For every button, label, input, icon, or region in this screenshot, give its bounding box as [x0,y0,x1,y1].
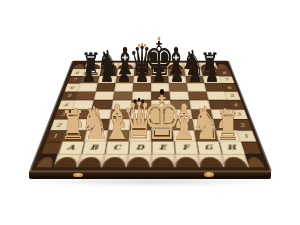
box-front-edge [29,171,271,180]
arch-ornament [128,157,150,167]
arch-ornament [103,157,125,167]
white-rook-h1[interactable]: ♜ [215,105,241,145]
arch-ornament [199,157,222,167]
border-arc-front-4 [126,154,150,167]
border-arc-front-9 [244,154,265,167]
arch-ornament [79,157,102,167]
scene: 8877665544332211ABCDEFGH ♜♞♝♛♚♝♞♜♟♟♟♟♟♟♟… [0,0,300,225]
border-arc-front-1 [53,154,81,167]
crown-tip-accent [157,36,160,40]
black-pawn-c7[interactable]: ♟ [117,63,132,86]
border-arc-front-3 [102,154,128,167]
brass-clasp-right [204,172,214,177]
black-pawn-g7[interactable]: ♟ [187,63,202,86]
border-arc-front-7 [197,154,224,167]
arch-ornament [246,157,264,167]
crown-tip-accent [141,43,143,46]
arch-ornament [152,157,174,167]
arch-ornament [54,157,78,167]
border-arc-front-5 [151,154,175,167]
black-pawn-h7[interactable]: ♟ [205,63,220,86]
border-corner [240,142,260,154]
black-pawn-b7[interactable]: ♟ [99,63,114,86]
border-arc-front-2 [77,154,104,167]
brass-clasp-left [73,173,83,178]
crown-tip-accent [160,89,164,94]
border-arc-front-6 [174,154,200,167]
arch-ornament [223,157,247,167]
black-pawn-a7[interactable]: ♟ [82,63,97,86]
arch-ornament [176,157,198,167]
crown-tip-accent [138,98,141,102]
